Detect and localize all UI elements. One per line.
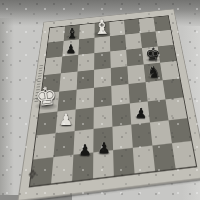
black-pawn: ♟	[66, 43, 77, 55]
black-pawn: ♟	[78, 143, 91, 158]
black-pawn: ♟	[97, 141, 110, 156]
black-bishop: ♝	[66, 26, 79, 40]
white-pawn: ♟	[59, 112, 73, 128]
white-bishop: ♝	[93, 17, 112, 38]
black-king: ♚	[145, 46, 161, 64]
black-knight: ♞	[147, 65, 160, 80]
white-king: ♚	[33, 83, 58, 111]
board-photo: ❖ ♝♝♟♚♞♚♟♟♟♟	[0, 0, 200, 200]
pieces-layer: ♝♝♟♚♞♚♟♟♟♟	[0, 0, 200, 200]
black-pawn: ♟	[134, 106, 147, 120]
